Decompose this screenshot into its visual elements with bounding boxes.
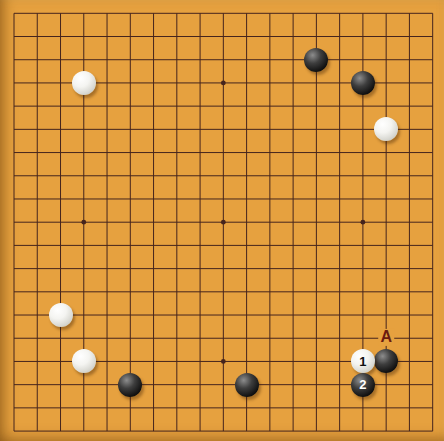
- white-stone-Q4: 1: [351, 349, 375, 373]
- star-point: [221, 220, 226, 225]
- move-number-1: 1: [359, 355, 366, 368]
- white-stone-C6: [49, 303, 73, 327]
- move-number-2: 2: [359, 378, 366, 391]
- star-point: [81, 220, 86, 225]
- point-label-A[interactable]: A: [378, 329, 394, 346]
- black-stone-R4: [374, 349, 398, 373]
- go-board-diagram: 12A: [0, 0, 444, 441]
- black-stone-L3: [235, 373, 259, 397]
- star-point: [221, 359, 226, 364]
- black-stone-Q3: 2: [351, 373, 375, 397]
- white-stone-D4: [72, 349, 96, 373]
- black-stone-Q16: [351, 71, 375, 95]
- black-stone-F3: [118, 373, 142, 397]
- star-point: [361, 220, 366, 225]
- star-point: [221, 81, 226, 86]
- board-grid[interactable]: [0, 0, 444, 441]
- white-stone-D16: [72, 71, 96, 95]
- black-stone-O17: [304, 48, 328, 72]
- white-stone-R14: [374, 117, 398, 141]
